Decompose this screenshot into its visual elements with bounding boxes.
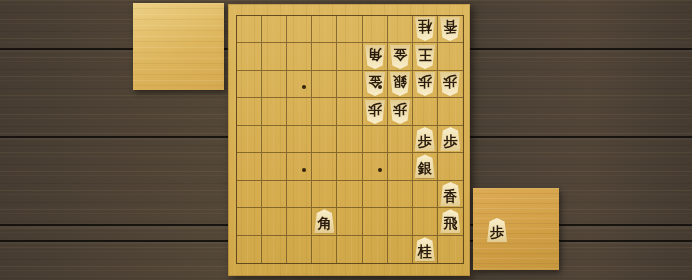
cell-3i[interactable] bbox=[388, 236, 413, 263]
cell-1a[interactable]: 香 bbox=[438, 16, 463, 43]
cell-9f[interactable] bbox=[237, 153, 262, 180]
cell-4c[interactable]: 金 bbox=[363, 71, 388, 98]
cell-6e[interactable] bbox=[312, 126, 337, 153]
cell-7h[interactable] bbox=[287, 208, 312, 235]
cell-6h[interactable]: 角 bbox=[312, 208, 337, 235]
cell-5e[interactable] bbox=[337, 126, 362, 153]
cell-8h[interactable] bbox=[262, 208, 287, 235]
cell-4b[interactable]: 角 bbox=[363, 43, 388, 70]
cell-5f[interactable] bbox=[337, 153, 362, 180]
cell-8a[interactable] bbox=[262, 16, 287, 43]
cell-9c[interactable] bbox=[237, 71, 262, 98]
cell-1d[interactable] bbox=[438, 98, 463, 125]
piece-sente-lance-1g[interactable]: 香 bbox=[440, 182, 460, 206]
cell-5h[interactable] bbox=[337, 208, 362, 235]
piece-gote-bishop-4b[interactable]: 角 bbox=[365, 45, 385, 69]
cell-5d[interactable] bbox=[337, 98, 362, 125]
star-point bbox=[302, 168, 306, 172]
cell-7i[interactable] bbox=[287, 236, 312, 263]
cell-4a[interactable] bbox=[363, 16, 388, 43]
piece-sente-knight-2i[interactable]: 桂 bbox=[415, 237, 435, 261]
cell-6a[interactable] bbox=[312, 16, 337, 43]
cell-1b[interactable] bbox=[438, 43, 463, 70]
cell-8g[interactable] bbox=[262, 181, 287, 208]
cell-2d[interactable] bbox=[413, 98, 438, 125]
cell-8c[interactable] bbox=[262, 71, 287, 98]
cell-1c[interactable]: 歩 bbox=[438, 71, 463, 98]
cell-8d[interactable] bbox=[262, 98, 287, 125]
cell-7f[interactable] bbox=[287, 153, 312, 180]
komadai-gote[interactable] bbox=[133, 3, 224, 90]
cell-6c[interactable] bbox=[312, 71, 337, 98]
cell-3e[interactable] bbox=[388, 126, 413, 153]
piece-sente-silver-2f[interactable]: 銀 bbox=[415, 154, 435, 178]
cell-1f[interactable] bbox=[438, 153, 463, 180]
cell-6g[interactable] bbox=[312, 181, 337, 208]
piece-sente-bishop-6h[interactable]: 角 bbox=[314, 209, 334, 233]
cell-3b[interactable]: 金 bbox=[388, 43, 413, 70]
cell-9a[interactable] bbox=[237, 16, 262, 43]
cell-5c[interactable] bbox=[337, 71, 362, 98]
shogi-board: 桂香角金王金銀歩歩歩歩歩歩銀香角飛桂 bbox=[228, 4, 470, 276]
hand-piece-sente-pawn[interactable]: 歩 bbox=[487, 218, 507, 242]
cell-2g[interactable] bbox=[413, 181, 438, 208]
cell-7c[interactable] bbox=[287, 71, 312, 98]
cell-3d[interactable]: 歩 bbox=[388, 98, 413, 125]
cell-8b[interactable] bbox=[262, 43, 287, 70]
cell-4i[interactable] bbox=[363, 236, 388, 263]
star-point bbox=[378, 168, 382, 172]
cell-8e[interactable] bbox=[262, 126, 287, 153]
piece-gote-pawn-2c[interactable]: 歩 bbox=[415, 72, 435, 96]
cell-7d[interactable] bbox=[287, 98, 312, 125]
piece-gote-pawn-3d[interactable]: 歩 bbox=[390, 100, 410, 124]
cell-4g[interactable] bbox=[363, 181, 388, 208]
cell-9d[interactable] bbox=[237, 98, 262, 125]
shogi-scene: 桂香角金王金銀歩歩歩歩歩歩銀香角飛桂 歩 bbox=[0, 0, 692, 280]
piece-sente-pawn-2e[interactable]: 歩 bbox=[415, 127, 435, 151]
cell-7e[interactable] bbox=[287, 126, 312, 153]
cell-4h[interactable] bbox=[363, 208, 388, 235]
cell-4f[interactable] bbox=[363, 153, 388, 180]
star-point bbox=[302, 85, 306, 89]
piece-gote-knight-2a[interactable]: 桂 bbox=[415, 17, 435, 41]
cell-8f[interactable] bbox=[262, 153, 287, 180]
cell-2c[interactable]: 歩 bbox=[413, 71, 438, 98]
piece-gote-pawn-1c[interactable]: 歩 bbox=[440, 72, 460, 96]
piece-gote-pawn-4d[interactable]: 歩 bbox=[365, 100, 385, 124]
cell-6i[interactable] bbox=[312, 236, 337, 263]
cell-9b[interactable] bbox=[237, 43, 262, 70]
piece-sente-pawn-1e[interactable]: 歩 bbox=[440, 127, 460, 151]
cell-1h[interactable]: 飛 bbox=[438, 208, 463, 235]
cell-4e[interactable] bbox=[363, 126, 388, 153]
cell-7b[interactable] bbox=[287, 43, 312, 70]
piece-sente-rook-1h[interactable]: 飛 bbox=[440, 209, 460, 233]
cell-5a[interactable] bbox=[337, 16, 362, 43]
cell-8i[interactable] bbox=[262, 236, 287, 263]
piece-gote-gold-3b[interactable]: 金 bbox=[390, 45, 410, 69]
cell-7a[interactable] bbox=[287, 16, 312, 43]
piece-gote-king-2b[interactable]: 王 bbox=[415, 45, 435, 69]
cell-3f[interactable] bbox=[388, 153, 413, 180]
cell-2h[interactable] bbox=[413, 208, 438, 235]
cell-3g[interactable] bbox=[388, 181, 413, 208]
cell-9g[interactable] bbox=[237, 181, 262, 208]
cell-2f[interactable]: 銀 bbox=[413, 153, 438, 180]
cell-5g[interactable] bbox=[337, 181, 362, 208]
cell-1g[interactable]: 香 bbox=[438, 181, 463, 208]
cell-5b[interactable] bbox=[337, 43, 362, 70]
cell-3h[interactable] bbox=[388, 208, 413, 235]
piece-gote-silver-3c[interactable]: 銀 bbox=[390, 72, 410, 96]
cell-2e[interactable]: 歩 bbox=[413, 126, 438, 153]
cell-3a[interactable] bbox=[388, 16, 413, 43]
cell-7g[interactable] bbox=[287, 181, 312, 208]
komadai-sente[interactable]: 歩 bbox=[473, 188, 559, 270]
cell-2b[interactable]: 王 bbox=[413, 43, 438, 70]
cell-9i[interactable] bbox=[237, 236, 262, 263]
cell-4d[interactable]: 歩 bbox=[363, 98, 388, 125]
cell-6f[interactable] bbox=[312, 153, 337, 180]
piece-gote-lance-1a[interactable]: 香 bbox=[440, 17, 460, 41]
cell-2i[interactable]: 桂 bbox=[413, 236, 438, 263]
cell-6d[interactable] bbox=[312, 98, 337, 125]
cell-1e[interactable]: 歩 bbox=[438, 126, 463, 153]
star-point bbox=[378, 85, 382, 89]
cell-1i[interactable] bbox=[438, 236, 463, 263]
cell-6b[interactable] bbox=[312, 43, 337, 70]
cell-3c[interactable]: 銀 bbox=[388, 71, 413, 98]
cell-9h[interactable] bbox=[237, 208, 262, 235]
board-grid[interactable]: 桂香角金王金銀歩歩歩歩歩歩銀香角飛桂 bbox=[236, 15, 464, 264]
cell-9e[interactable] bbox=[237, 126, 262, 153]
piece-gote-gold-4c[interactable]: 金 bbox=[365, 72, 385, 96]
cell-5i[interactable] bbox=[337, 236, 362, 263]
cell-2a[interactable]: 桂 bbox=[413, 16, 438, 43]
